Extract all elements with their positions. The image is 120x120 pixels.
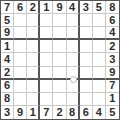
cell-r8c7[interactable] xyxy=(80,93,93,106)
cell-r7c5[interactable] xyxy=(53,80,66,93)
cell-r1c7[interactable]: 3 xyxy=(80,1,93,14)
cell-r2c8[interactable] xyxy=(93,14,106,27)
cell-r4c2[interactable] xyxy=(14,40,27,53)
cell-r2c1[interactable]: 5 xyxy=(1,14,14,27)
cell-r5c7[interactable] xyxy=(80,53,93,66)
cell-r5c2[interactable] xyxy=(14,53,27,66)
cell-r9c9[interactable]: 5 xyxy=(106,106,119,119)
cell-r3c6[interactable] xyxy=(67,27,80,40)
cell-r5c5[interactable] xyxy=(53,53,66,66)
cell-r7c9[interactable]: 7 xyxy=(106,80,119,93)
cell-r9c4[interactable]: 7 xyxy=(40,106,53,119)
cell-r8c9[interactable]: 1 xyxy=(106,93,119,106)
cell-r2c5[interactable] xyxy=(53,14,66,27)
cell-r4c7[interactable] xyxy=(80,40,93,53)
cell-r1c5[interactable]: 9 xyxy=(53,1,66,14)
cell-r5c9[interactable]: 3 xyxy=(106,53,119,66)
cell-r3c5[interactable] xyxy=(53,27,66,40)
cell-r5c6[interactable] xyxy=(67,53,80,66)
cell-r3c3[interactable] xyxy=(27,27,40,40)
cell-r3c7[interactable] xyxy=(80,27,93,40)
cell-r9c6[interactable]: 8 xyxy=(67,106,80,119)
cell-r2c4[interactable] xyxy=(40,14,53,27)
cell-r3c4[interactable] xyxy=(40,27,53,40)
cell-r2c7[interactable] xyxy=(80,14,93,27)
cell-r4c4[interactable] xyxy=(40,40,53,53)
cell-r9c5[interactable]: 2 xyxy=(53,106,66,119)
cell-r8c3[interactable] xyxy=(27,93,40,106)
cell-r9c7[interactable]: 6 xyxy=(80,106,93,119)
cell-r5c4[interactable] xyxy=(40,53,53,66)
cell-r9c2[interactable]: 9 xyxy=(14,106,27,119)
cell-r6c9[interactable]: 9 xyxy=(106,67,119,80)
cell-r8c2[interactable] xyxy=(14,93,27,106)
cell-r1c9[interactable]: 8 xyxy=(106,1,119,14)
cell-r5c8[interactable] xyxy=(93,53,106,66)
cell-r4c6[interactable] xyxy=(67,40,80,53)
cell-r3c8[interactable] xyxy=(93,27,106,40)
cell-r6c1[interactable]: 2 xyxy=(1,67,14,80)
cell-r4c1[interactable]: 1 xyxy=(1,40,14,53)
cell-r3c1[interactable]: 9 xyxy=(1,27,14,40)
cell-r4c3[interactable] xyxy=(27,40,40,53)
cell-r9c8[interactable]: 4 xyxy=(93,106,106,119)
cell-r8c8[interactable] xyxy=(93,93,106,106)
cell-r7c8[interactable] xyxy=(93,80,106,93)
cell-r7c4[interactable] xyxy=(40,80,53,93)
cell-r7c1[interactable]: 6 xyxy=(1,80,14,93)
cell-r8c4[interactable] xyxy=(40,93,53,106)
cell-r1c6[interactable]: 4 xyxy=(67,1,80,14)
cell-r4c9[interactable]: 2 xyxy=(106,40,119,53)
cell-r6c8[interactable] xyxy=(93,67,106,80)
cell-r7c7[interactable] xyxy=(80,80,93,93)
cell-r9c3[interactable]: 1 xyxy=(27,106,40,119)
cell-r1c2[interactable]: 6 xyxy=(14,1,27,14)
cell-r8c1[interactable]: 8 xyxy=(1,93,14,106)
cell-r7c3[interactable] xyxy=(27,80,40,93)
cell-r2c9[interactable]: 6 xyxy=(106,14,119,27)
cell-r5c3[interactable] xyxy=(27,53,40,66)
cell-r6c7[interactable] xyxy=(80,67,93,80)
cell-r1c8[interactable]: 5 xyxy=(93,1,106,14)
cell-r8c6[interactable] xyxy=(67,93,80,106)
cell-r2c2[interactable] xyxy=(14,14,27,27)
cell-r4c5[interactable] xyxy=(53,40,66,53)
cell-r4c8[interactable] xyxy=(93,40,106,53)
cell-r6c5[interactable] xyxy=(53,67,66,80)
cell-r6c4[interactable] xyxy=(40,67,53,80)
cell-r3c2[interactable] xyxy=(14,27,27,40)
sudoku-board: 76219435856941243296781391728645 xyxy=(0,0,120,120)
cell-r6c3[interactable] xyxy=(27,67,40,80)
cell-r9c1[interactable]: 3 xyxy=(1,106,14,119)
cell-r1c1[interactable]: 7 xyxy=(1,1,14,14)
cell-r3c9[interactable]: 4 xyxy=(106,27,119,40)
cell-r5c1[interactable]: 4 xyxy=(1,53,14,66)
cell-r7c2[interactable] xyxy=(14,80,27,93)
cell-r2c3[interactable] xyxy=(27,14,40,27)
white-dot-marker xyxy=(70,76,77,83)
cell-r6c2[interactable] xyxy=(14,67,27,80)
cell-r1c3[interactable]: 2 xyxy=(27,1,40,14)
cell-r2c6[interactable] xyxy=(67,14,80,27)
cell-r1c4[interactable]: 1 xyxy=(40,1,53,14)
cell-r8c5[interactable] xyxy=(53,93,66,106)
